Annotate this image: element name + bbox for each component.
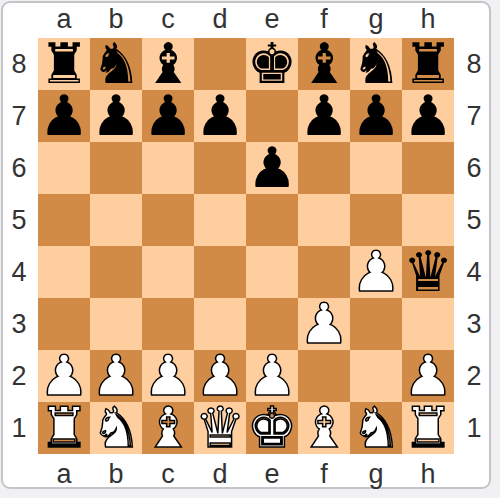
square-e1[interactable]: ♚ bbox=[246, 402, 298, 454]
corner-bottom-right bbox=[454, 454, 494, 494]
rank-label-left-3: 3 bbox=[0, 298, 38, 350]
rank-label-right-4: 4 bbox=[454, 246, 494, 298]
black-pawn-d7[interactable]: ♟ bbox=[195, 90, 245, 142]
square-d4[interactable] bbox=[194, 246, 246, 298]
square-g6[interactable] bbox=[350, 142, 402, 194]
rank-label-right-8: 8 bbox=[454, 38, 494, 90]
rank-label-right-3: 3 bbox=[454, 298, 494, 350]
rank-label-left-5: 5 bbox=[0, 194, 38, 246]
rank-label-right-7: 7 bbox=[454, 90, 494, 142]
square-a5[interactable] bbox=[38, 194, 90, 246]
square-h4[interactable]: ♛ bbox=[402, 246, 454, 298]
white-pawn-g4[interactable]: ♟ bbox=[351, 246, 401, 298]
square-a4[interactable] bbox=[38, 246, 90, 298]
chess-board: abcdefgh8♜♞♝♚♝♞♜87♟♟♟♟♟♟♟76♟6554♟♛43♟32♟… bbox=[0, 0, 494, 494]
square-e5[interactable] bbox=[246, 194, 298, 246]
square-b6[interactable] bbox=[90, 142, 142, 194]
rank-label-right-6: 6 bbox=[454, 142, 494, 194]
square-f1[interactable]: ♝ bbox=[298, 402, 350, 454]
black-pawn-b7[interactable]: ♟ bbox=[91, 90, 141, 142]
white-rook-h1[interactable]: ♜ bbox=[403, 402, 453, 454]
white-bishop-f1[interactable]: ♝ bbox=[299, 402, 349, 454]
square-f5[interactable] bbox=[298, 194, 350, 246]
square-a6[interactable] bbox=[38, 142, 90, 194]
square-c6[interactable] bbox=[142, 142, 194, 194]
file-label-bottom-b: b bbox=[90, 454, 142, 494]
file-label-bottom-h: h bbox=[402, 454, 454, 494]
square-d5[interactable] bbox=[194, 194, 246, 246]
black-pawn-h7[interactable]: ♟ bbox=[403, 90, 453, 142]
white-rook-a1[interactable]: ♜ bbox=[39, 402, 89, 454]
square-c5[interactable] bbox=[142, 194, 194, 246]
rank-label-left-1: 1 bbox=[0, 402, 38, 454]
square-h7[interactable]: ♟ bbox=[402, 90, 454, 142]
square-c1[interactable]: ♝ bbox=[142, 402, 194, 454]
square-a7[interactable]: ♟ bbox=[38, 90, 90, 142]
white-king-e1[interactable]: ♚ bbox=[247, 402, 297, 454]
square-d1[interactable]: ♛ bbox=[194, 402, 246, 454]
file-label-bottom-c: c bbox=[142, 454, 194, 494]
square-g1[interactable]: ♞ bbox=[350, 402, 402, 454]
file-label-bottom-g: g bbox=[350, 454, 402, 494]
black-pawn-g7[interactable]: ♟ bbox=[351, 90, 401, 142]
rank-label-right-2: 2 bbox=[454, 350, 494, 402]
square-g4[interactable]: ♟ bbox=[350, 246, 402, 298]
rank-label-right-5: 5 bbox=[454, 194, 494, 246]
square-e4[interactable] bbox=[246, 246, 298, 298]
square-b4[interactable] bbox=[90, 246, 142, 298]
square-g7[interactable]: ♟ bbox=[350, 90, 402, 142]
rank-label-left-6: 6 bbox=[0, 142, 38, 194]
file-label-bottom-e: e bbox=[246, 454, 298, 494]
square-f3[interactable]: ♟ bbox=[298, 298, 350, 350]
square-d6[interactable] bbox=[194, 142, 246, 194]
black-king-e8[interactable]: ♚ bbox=[247, 38, 297, 90]
white-knight-g1[interactable]: ♞ bbox=[351, 402, 401, 454]
black-pawn-f7[interactable]: ♟ bbox=[299, 90, 349, 142]
square-b5[interactable] bbox=[90, 194, 142, 246]
square-b1[interactable]: ♞ bbox=[90, 402, 142, 454]
black-pawn-c7[interactable]: ♟ bbox=[143, 90, 193, 142]
rank-label-left-4: 4 bbox=[0, 246, 38, 298]
rank-label-right-1: 1 bbox=[454, 402, 494, 454]
square-b7[interactable]: ♟ bbox=[90, 90, 142, 142]
square-g3[interactable] bbox=[350, 298, 402, 350]
black-queen-h4[interactable]: ♛ bbox=[403, 246, 453, 298]
corner-top-left bbox=[0, 0, 38, 38]
square-f7[interactable]: ♟ bbox=[298, 90, 350, 142]
rank-label-left-8: 8 bbox=[0, 38, 38, 90]
black-pawn-e6[interactable]: ♟ bbox=[247, 142, 297, 194]
square-h1[interactable]: ♜ bbox=[402, 402, 454, 454]
square-f6[interactable] bbox=[298, 142, 350, 194]
file-label-top-d: d bbox=[194, 0, 246, 38]
file-label-bottom-f: f bbox=[298, 454, 350, 494]
file-label-bottom-d: d bbox=[194, 454, 246, 494]
square-h6[interactable] bbox=[402, 142, 454, 194]
white-pawn-f3[interactable]: ♟ bbox=[299, 298, 349, 350]
file-label-bottom-a: a bbox=[38, 454, 90, 494]
white-knight-b1[interactable]: ♞ bbox=[91, 402, 141, 454]
black-pawn-a7[interactable]: ♟ bbox=[39, 90, 89, 142]
white-bishop-c1[interactable]: ♝ bbox=[143, 402, 193, 454]
rank-label-left-2: 2 bbox=[0, 350, 38, 402]
corner-bottom-left bbox=[0, 454, 38, 494]
rank-label-left-7: 7 bbox=[0, 90, 38, 142]
square-a1[interactable]: ♜ bbox=[38, 402, 90, 454]
corner-top-right bbox=[454, 0, 494, 38]
square-c4[interactable] bbox=[142, 246, 194, 298]
square-d7[interactable]: ♟ bbox=[194, 90, 246, 142]
white-queen-d1[interactable]: ♛ bbox=[195, 402, 245, 454]
square-c7[interactable]: ♟ bbox=[142, 90, 194, 142]
square-e6[interactable]: ♟ bbox=[246, 142, 298, 194]
square-e8[interactable]: ♚ bbox=[246, 38, 298, 90]
